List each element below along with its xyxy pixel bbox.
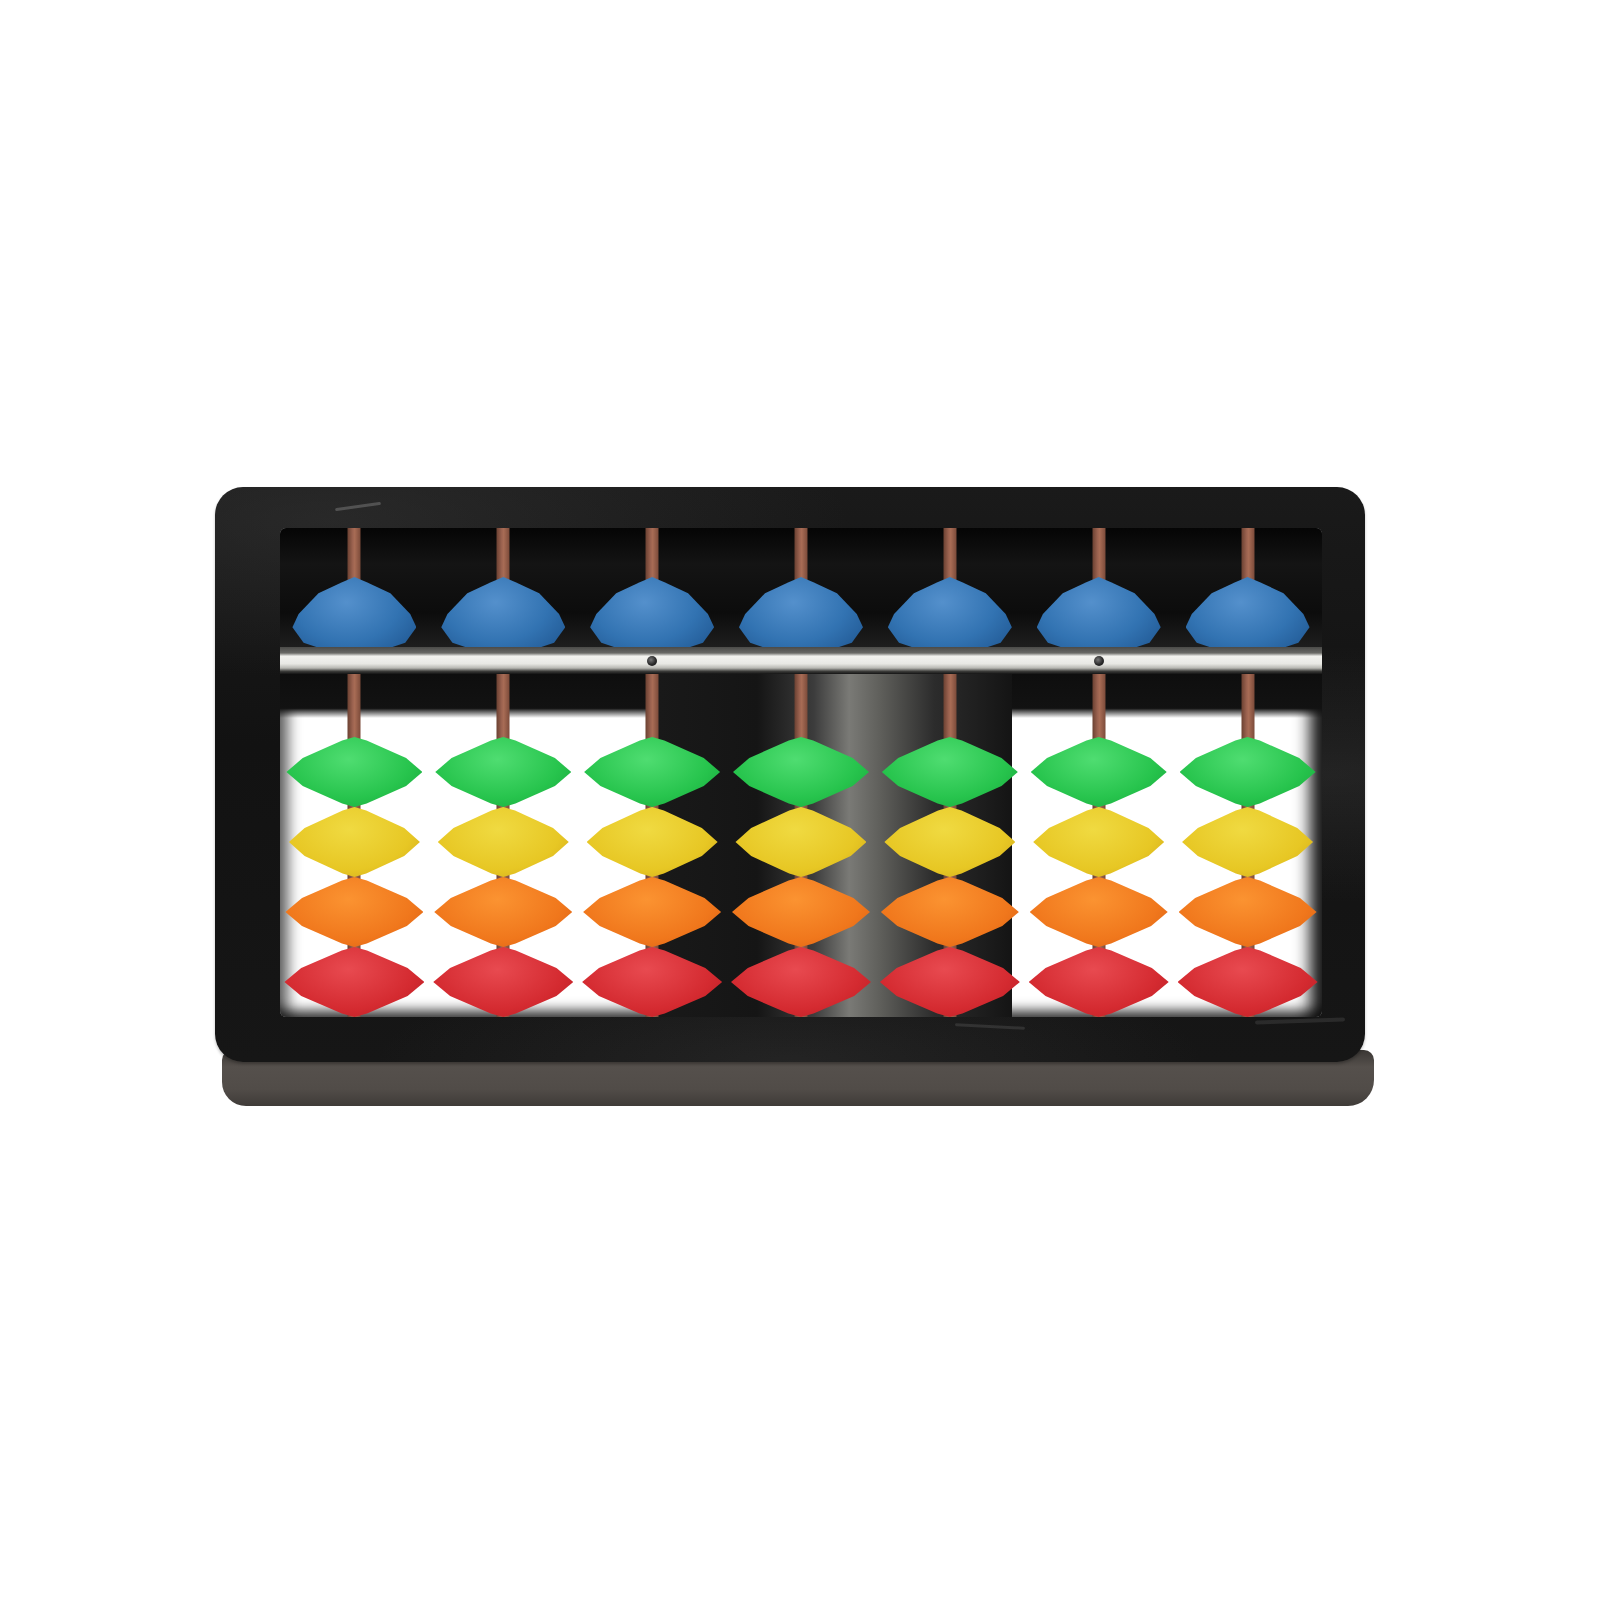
- heaven-deck: [280, 528, 1322, 649]
- earth-bead-rod2-yellow[interactable]: [438, 807, 569, 877]
- earth-bead-rod6-yellow[interactable]: [1033, 807, 1164, 877]
- earth-rod-6: [1024, 674, 1173, 1017]
- heaven-bead-rod7[interactable]: [1186, 577, 1310, 651]
- abacus-frame: [215, 487, 1365, 1062]
- frame-scratch: [1255, 1017, 1345, 1024]
- earth-bead-rod4-yellow[interactable]: [735, 807, 866, 877]
- earth-bead-rod1-red[interactable]: [284, 947, 424, 1017]
- heaven-bead-rod6[interactable]: [1037, 577, 1161, 651]
- heaven-rod-5: [875, 528, 1024, 649]
- earth-bead-rod3-orange[interactable]: [583, 877, 721, 947]
- earth-bead-rod6-green[interactable]: [1031, 737, 1167, 807]
- earth-bead-rod1-yellow[interactable]: [289, 807, 420, 877]
- earth-bead-rod3-green[interactable]: [584, 737, 720, 807]
- earth-bead-rod5-orange[interactable]: [881, 877, 1019, 947]
- heaven-rod-1: [280, 528, 429, 649]
- earth-rod-5: [875, 674, 1024, 1017]
- earth-rod-7: [1173, 674, 1322, 1017]
- reckoning-beam: [280, 647, 1322, 674]
- earth-rod-3: [578, 674, 727, 1017]
- abacus-photo: [0, 0, 1600, 1600]
- earth-bead-rod1-green[interactable]: [286, 737, 422, 807]
- earth-bead-rod2-red[interactable]: [433, 947, 573, 1017]
- heaven-bead-rod4[interactable]: [739, 577, 863, 651]
- earth-bead-rod7-red[interactable]: [1178, 947, 1318, 1017]
- earth-bead-rod1-orange[interactable]: [285, 877, 423, 947]
- heaven-rod-4: [727, 528, 876, 649]
- earth-rod-2: [429, 674, 578, 1017]
- earth-bead-rod7-yellow[interactable]: [1182, 807, 1313, 877]
- frame-scratch: [335, 502, 381, 511]
- earth-bead-rod4-orange[interactable]: [732, 877, 870, 947]
- frame-scratch: [955, 1023, 1025, 1030]
- heaven-bead-rod3[interactable]: [590, 577, 714, 651]
- earth-bead-rod5-yellow[interactable]: [884, 807, 1015, 877]
- heaven-bead-rod5[interactable]: [888, 577, 1012, 651]
- earth-bead-rod3-red[interactable]: [582, 947, 722, 1017]
- heaven-rod-3: [578, 528, 727, 649]
- earth-rod-4: [727, 674, 876, 1017]
- beam-unit-dot-rod6: [1094, 656, 1104, 666]
- earth-bead-rod6-red[interactable]: [1029, 947, 1169, 1017]
- earth-deck: [280, 674, 1322, 1017]
- abacus-opening: [280, 528, 1322, 1017]
- earth-bead-rod6-orange[interactable]: [1030, 877, 1168, 947]
- heaven-rod-7: [1173, 528, 1322, 649]
- earth-bead-rod2-orange[interactable]: [434, 877, 572, 947]
- earth-bead-rod7-orange[interactable]: [1179, 877, 1317, 947]
- earth-bead-rod4-red[interactable]: [731, 947, 871, 1017]
- earth-bead-rod7-green[interactable]: [1180, 737, 1316, 807]
- beam-unit-dot-rod3: [647, 656, 657, 666]
- earth-bead-rod3-yellow[interactable]: [587, 807, 718, 877]
- heaven-rod-6: [1024, 528, 1173, 649]
- earth-bead-rod4-green[interactable]: [733, 737, 869, 807]
- heaven-bead-rod1[interactable]: [292, 577, 416, 651]
- earth-bead-rod2-green[interactable]: [435, 737, 571, 807]
- heaven-rod-2: [429, 528, 578, 649]
- earth-bead-rod5-red[interactable]: [880, 947, 1020, 1017]
- earth-bead-rod5-green[interactable]: [882, 737, 1018, 807]
- heaven-bead-rod2[interactable]: [441, 577, 565, 651]
- earth-rod-1: [280, 674, 429, 1017]
